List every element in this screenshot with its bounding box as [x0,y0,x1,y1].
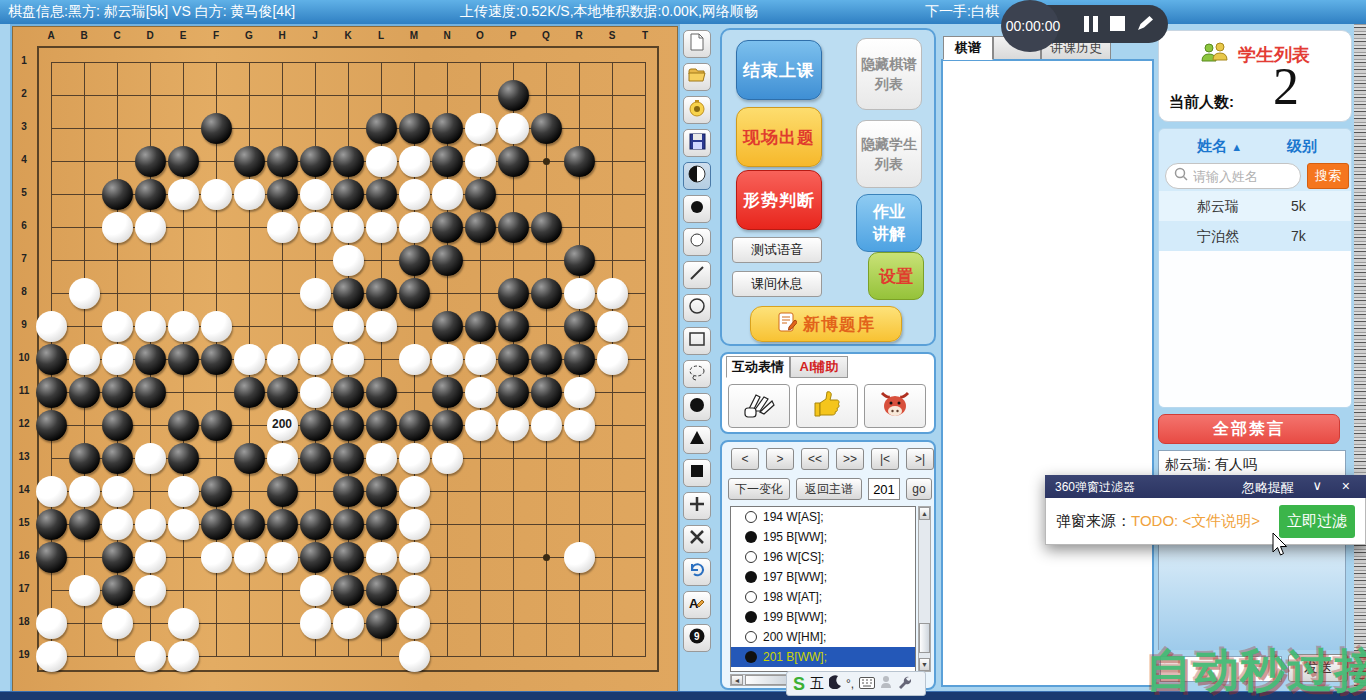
black-stone-G15 [234,509,265,540]
black-stone-M12 [399,410,430,441]
white-stone-F5 [201,179,232,210]
coord-number-16: 16 [16,550,32,561]
go-board[interactable]: A1B2C3D4E5F6G7H8J9K10L11M12N13O14P15Q16R… [12,26,678,695]
ime-toolbar[interactable]: S 五 °, [786,671,926,696]
black-stone-P4 [498,146,529,177]
column-level-header[interactable]: 级别 [1287,137,1317,156]
student-header-card: 学生列表 当前人数: 2 [1158,30,1352,122]
white-stone-G10 [234,344,265,375]
white-stone-H16 [267,542,298,573]
diagonal-line-icon [688,264,706,286]
upload-status-text: 上传速度:0.52K/S,本地堆积数据:0.00K,网络顺畅 [460,3,758,21]
tool-open-folder-button[interactable] [683,63,711,91]
coord-number-8: 8 [16,286,32,297]
next-variation-button[interactable]: 下一变化 [728,478,790,500]
new-file-icon [689,33,705,55]
class-break-button[interactable]: 课间休息 [732,271,822,297]
nav-button-4[interactable]: |< [871,448,899,470]
lesson-timer: 00:00:00 [1001,0,1059,52]
white-stone-S9 [597,311,628,342]
white-stone-icon [745,631,757,643]
coord-letter-B: B [76,30,92,41]
move-list-item[interactable]: 194 W[AS]; [731,507,915,527]
star-point-Q4 [543,158,550,165]
white-stone-M4 [399,146,430,177]
white-stone-D17 [135,575,166,606]
black-stone-N12 [432,410,463,441]
tool-filled-square-button[interactable] [683,459,711,487]
move-list-vscrollbar[interactable]: ▲ ▼ [918,506,931,672]
moon-icon[interactable] [829,675,841,693]
white-stone-O11 [465,377,496,408]
tool-new-file-button[interactable] [683,30,711,58]
white-stone-R8 [564,278,595,309]
coord-letter-S: S [604,30,620,41]
keyboard-icon[interactable] [859,675,875,693]
white-stone-icon [745,511,757,523]
timer-value: 00:00:00 [1006,18,1061,34]
black-stone-P9 [498,311,529,342]
tool-text-annotate-button[interactable]: A [683,591,711,619]
bull-face-icon [878,389,912,423]
game-info-text: 棋盘信息:黑方: 郝云瑞[5k] VS 白方: 黄马俊[4k] [8,3,295,21]
white-stone-A19 [36,641,67,672]
cross-icon [688,528,706,550]
nav-button-5[interactable]: >| [906,448,934,470]
coord-number-17: 17 [16,583,32,594]
tool-triangle-button[interactable] [683,426,711,454]
move-list-item[interactable]: 201 B[WW]; [731,647,915,667]
emote-thumbs-up-button[interactable] [796,384,858,428]
white-stone-P3 [498,113,529,144]
coord-letter-K: K [340,30,356,41]
filter-now-button[interactable]: 立即过滤 [1279,505,1355,538]
coord-number-5: 5 [16,187,32,198]
white-stone-P12 [498,410,529,441]
white-stone-C18 [102,608,133,639]
settings-button[interactable]: 设置 [868,252,924,300]
white-stone-E9 [168,311,199,342]
tool-circle-button[interactable] [683,294,711,322]
black-stone-L15 [366,509,397,540]
black-stone-C11 [102,377,133,408]
white-stone-E18 [168,608,199,639]
black-stone-L12 [366,410,397,441]
nav-button-3[interactable]: >> [836,448,864,470]
black-stone-E12 [168,410,199,441]
popup-ignore-link[interactable]: 忽略提醒 [1242,479,1294,497]
tool-lasso-button[interactable] [683,360,711,388]
popup-body: 弹窗来源：TODO: <文件说明> 立即过滤 [1045,498,1366,545]
white-stone-R16 [564,542,595,573]
tool-rectangle-button[interactable] [683,327,711,355]
tool-undo-button[interactable] [683,558,711,586]
white-stone-R12 [564,410,595,441]
black-stone-P11 [498,377,529,408]
white-stone-M10 [399,344,430,375]
popup-title-bar[interactable]: 360弹窗过滤器 忽略提醒 ∨ × [1045,475,1366,498]
white-stone-J18 [300,608,331,639]
position-judge-button[interactable]: 形势判断 [736,170,822,230]
plus-icon [688,495,706,517]
white-stone-K6 [333,212,364,243]
column-name-header[interactable]: 姓名 ▲ [1197,137,1242,156]
coord-letter-M: M [406,30,422,41]
search-button[interactable]: 搜索 [1307,163,1349,189]
black-stone-A10 [36,344,67,375]
nav-button-0[interactable]: < [731,448,759,470]
white-stone-B10 [69,344,100,375]
white-stone-D13 [135,443,166,474]
white-stone-N5 [432,179,463,210]
white-stone-O4 [465,146,496,177]
black-stone-K4 [333,146,364,177]
white-stone-icon [745,551,757,563]
students-group-icon [1200,41,1230,68]
close-icon[interactable]: × [1342,478,1350,494]
white-stone-M5 [399,179,430,210]
tool-plus-button[interactable] [683,492,711,520]
white-stone-M17 [399,575,430,606]
black-stone-Q6 [531,212,562,243]
white-stone-H13 [267,443,298,474]
popup-title: 360弹窗过滤器 [1055,479,1135,496]
white-stone-D19 [135,641,166,672]
tool-white-stone-button[interactable] [683,228,711,256]
black-stone-K11 [333,377,364,408]
tab-interactive-emotes[interactable]: 互动表情 [726,356,790,378]
black-stone-L17 [366,575,397,606]
white-stone-O3 [465,113,496,144]
white-stone-J11 [300,377,331,408]
filled-square-icon [688,462,706,484]
black-stone-L8 [366,278,397,309]
black-stone-Q10 [531,344,562,375]
white-stone-M14 [399,476,430,507]
go-button[interactable]: go [906,478,932,500]
svg-text:A: A [689,596,699,611]
grid-line [645,62,646,657]
tool-diagonal-line-button[interactable] [683,261,711,289]
black-stone-F14 [201,476,232,507]
white-stone-L6 [366,212,397,243]
wrench-icon[interactable] [897,675,911,693]
white-stone-K18 [333,608,364,639]
black-stone-D10 [135,344,166,375]
white-stone-M19 [399,641,430,672]
white-stone-H6 [267,212,298,243]
lasso-icon [688,363,706,385]
coord-number-9: 9 [16,319,32,330]
white-stone-C15 [102,509,133,540]
black-stone-J12 [300,410,331,441]
white-stone-A9 [36,311,67,342]
white-stone-icon [745,591,757,603]
black-stone-K12 [333,410,364,441]
black-stone-C13 [102,443,133,474]
record-list-area[interactable] [941,59,1154,687]
black-stone-N3 [432,113,463,144]
white-stone-A18 [36,608,67,639]
black-stone-L3 [366,113,397,144]
current-count-value: 2 [1273,57,1299,116]
black-stone-C5 [102,179,133,210]
black-stone-F15 [201,509,232,540]
scroll-up-icon[interactable]: ▲ [919,507,930,520]
white-stone-S8 [597,278,628,309]
coord-letter-D: D [142,30,158,41]
coord-number-1: 1 [16,55,32,66]
black-stone-R7 [564,245,595,276]
background-window-strip [1354,24,1366,691]
coord-letter-P: P [505,30,521,41]
black-stone-K13 [333,443,364,474]
open-folder-icon [688,67,706,87]
move-number-input[interactable] [868,478,900,500]
tool-cross-button[interactable] [683,525,711,553]
white-stone-M18 [399,608,430,639]
hscroll-thumb[interactable] [745,675,787,685]
black-stone-A12 [36,410,67,441]
coord-number-2: 2 [16,88,32,99]
coord-number-6: 6 [16,220,32,231]
chat-message: 郝云瑞: 有人吗 [1165,456,1257,474]
move-list-item[interactable]: 197 B[WW]; [731,567,915,587]
black-stone-C12 [102,410,133,441]
white-stone-A14 [36,476,67,507]
star-point-Q16 [543,554,550,561]
next-move-text: 下一手:白棋 [925,3,999,21]
thumbs-up-icon [810,389,844,423]
popup-source-value: TODO: <文件说明> [1131,512,1260,529]
black-stone-F3 [201,113,232,144]
white-stone-D15 [135,509,166,540]
black-stone-P6 [498,212,529,243]
white-stone-M6 [399,212,430,243]
tab-ai-assist[interactable]: AI辅助 [790,356,848,378]
white-stone-K10 [333,344,364,375]
black-stone-H14 [267,476,298,507]
pause-icon[interactable] [1084,16,1100,32]
black-stone-M8 [399,278,430,309]
black-stone-N9 [432,311,463,342]
coord-letter-N: N [439,30,455,41]
rectangle-icon [688,330,706,352]
white-stone-E19 [168,641,199,672]
black-stone-J16 [300,542,331,573]
person-icon[interactable] [880,675,892,693]
white-stone-E5 [168,179,199,210]
question-bank-button[interactable]: 新博题库 [750,306,902,342]
white-stone-B14 [69,476,100,507]
coord-letter-T: T [637,30,653,41]
white-stone-G16 [234,542,265,573]
tool-timer-button[interactable] [683,96,711,124]
nav-button-1[interactable]: > [766,448,794,470]
black-stone-icon [745,531,757,543]
white-stone-B8 [69,278,100,309]
coord-letter-H: H [274,30,290,41]
coord-letter-C: C [109,30,125,41]
coord-number-14: 14 [16,484,32,495]
scroll-down-icon[interactable]: ▼ [919,658,930,671]
coord-number-11: 11 [16,385,32,396]
undo-icon [688,561,706,583]
black-stone-H11 [267,377,298,408]
white-stone-M16 [399,542,430,573]
black-stone-A11 [36,377,67,408]
vscroll-thumb[interactable] [919,623,930,653]
coord-number-4: 4 [16,154,32,165]
white-stone-J5 [300,179,331,210]
pencil-icon[interactable] [1136,14,1154,36]
white-stone-O12 [465,410,496,441]
coord-number-13: 13 [16,451,32,462]
black-stone-C16 [102,542,133,573]
black-stone-E4 [168,146,199,177]
move-list: 194 W[AS];195 B[WW];196 W[CS];197 B[WW];… [730,506,916,672]
move-list-item[interactable]: 200 W[HM]; [731,627,915,647]
black-stone-N4 [432,146,463,177]
tool-circled-9-button[interactable]: 9 [683,624,711,652]
black-stone-R10 [564,344,595,375]
black-stone-K14 [333,476,364,507]
back-to-main-button[interactable]: 返回主谱 [796,478,862,500]
black-stone-O5 [465,179,496,210]
white-stone-S10 [597,344,628,375]
black-stone-icon [745,571,757,583]
student-search-box[interactable] [1165,163,1301,189]
white-stone-J10 [300,344,331,375]
white-stone-C10 [102,344,133,375]
white-stone-M15 [399,509,430,540]
black-stone-L18 [366,608,397,639]
student-row[interactable]: 宁泊然7k [1159,221,1351,251]
coord-number-18: 18 [16,616,32,627]
move-list-item[interactable]: 196 W[CS]; [731,547,915,567]
white-stone-O10 [465,344,496,375]
black-stone-icon [745,611,757,623]
app-window: 棋盘信息:黑方: 郝云瑞[5k] VS 白方: 黄马俊[4k] 上传速度:0.5… [0,0,1366,700]
white-stone-icon [688,231,706,253]
white-stone-C9 [102,311,133,342]
stop-icon[interactable] [1110,16,1125,31]
student-row[interactable]: 郝云瑞5k [1159,191,1351,221]
white-stone-E15 [168,509,199,540]
move-list-item[interactable]: 198 W[AT]; [731,587,915,607]
tool-save-button[interactable] [683,129,711,157]
black-stone-H5 [267,179,298,210]
black-stone-F12 [201,410,232,441]
white-stone-K9 [333,311,364,342]
move-list-item[interactable]: 199 B[WW]; [731,607,915,627]
student-search-input[interactable] [1193,169,1293,184]
black-stone-D11 [135,377,166,408]
black-stone-K17 [333,575,364,606]
move-number-label: 200 [267,417,298,431]
hide-students-button[interactable]: 隐藏学生列表 [856,120,922,188]
sort-asc-icon: ▲ [1231,141,1242,153]
black-stone-J4 [300,146,331,177]
black-stone-K8 [333,278,364,309]
black-stone-K15 [333,509,364,540]
popup-360-filter: 360弹窗过滤器 忽略提醒 ∨ × 弹窗来源：TODO: <文件说明> 立即过滤 [1045,475,1366,545]
mute-all-button[interactable]: 全部禁言 [1158,414,1340,444]
black-stone-B13 [69,443,100,474]
black-stone-D4 [135,146,166,177]
black-stone-R9 [564,311,595,342]
timer-icon [688,99,706,121]
black-stone-C17 [102,575,133,606]
black-stone-E13 [168,443,199,474]
black-stone-G11 [234,377,265,408]
black-stone-L11 [366,377,397,408]
ime-logo-icon[interactable]: S [793,675,805,693]
black-stone-O9 [465,311,496,342]
record-panel: 棋谱 讲课历史 [941,34,1154,688]
coord-number-7: 7 [16,253,32,264]
black-stone-H4 [267,146,298,177]
test-voice-button[interactable]: 测试语音 [732,237,822,263]
white-stone-L16 [366,542,397,573]
hide-record-button[interactable]: 隐藏棋谱列表 [856,38,922,110]
end-class-button[interactable]: 结束上课 [736,40,822,100]
white-stone-L13 [366,443,397,474]
mouse-cursor [1272,532,1290,562]
black-stone-H15 [267,509,298,540]
emote-bull-button[interactable] [864,384,926,428]
black-stone-D5 [135,179,166,210]
tool-half-stone-button[interactable] [683,162,711,190]
homework-button[interactable]: 作业讲解 [856,194,922,252]
coord-number-12: 12 [16,418,32,429]
black-stone-Q8 [531,278,562,309]
black-stone-P8 [498,278,529,309]
white-stone-C6 [102,212,133,243]
current-count-label: 当前人数: [1169,93,1234,112]
white-stone-R11 [564,377,595,408]
navigation-panel: <><<>>|<>| 下一变化 返回主谱 go 194 W[AS];195 B[… [720,440,936,690]
chevron-down-icon[interactable]: ∨ [1312,478,1322,493]
black-stone-N6 [432,212,463,243]
tool-filled-circle-button[interactable] [683,393,711,421]
coord-letter-E: E [175,30,191,41]
black-stone-L5 [366,179,397,210]
white-stone-H10 [267,344,298,375]
black-stone-G13 [234,443,265,474]
white-stone-B17 [69,575,100,606]
live-question-button[interactable]: 现场出题 [736,107,822,167]
filled-circle-icon [688,396,706,418]
nav-button-2[interactable]: << [801,448,829,470]
white-stone-Q12 [531,410,562,441]
emote-clap-button[interactable] [728,384,790,428]
scroll-left-icon[interactable]: ◄ [731,675,743,685]
move-list-item[interactable]: 195 B[WW]; [731,527,915,547]
white-stone-G5 [234,179,265,210]
black-stone-P10 [498,344,529,375]
student-list-card: 姓名 ▲ 级别 搜索 郝云瑞5k宁泊然7k [1158,128,1352,408]
save-icon [689,133,706,154]
search-icon [1174,167,1188,185]
black-stone-R4 [564,146,595,177]
emote-panel: 互动表情 AI辅助 [720,352,936,434]
tool-black-stone-button[interactable] [683,195,711,223]
tab-game-record[interactable]: 棋谱 [943,36,993,60]
ime-wubi-label[interactable]: 五 [810,675,824,693]
clap-icon [738,389,780,423]
ime-punct-label[interactable]: °, [846,677,854,691]
